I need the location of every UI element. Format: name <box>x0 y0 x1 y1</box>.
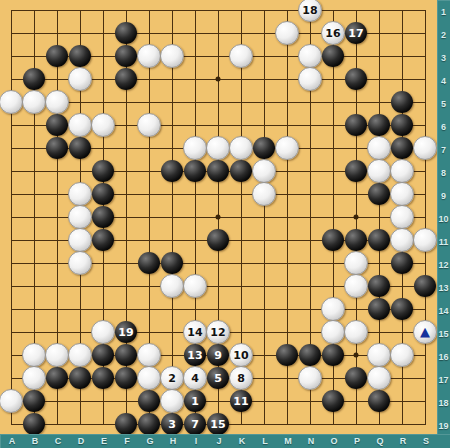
stone-black-F3[interactable] <box>115 45 137 67</box>
stone-white-B16[interactable] <box>22 343 46 367</box>
stone-black-P17[interactable] <box>345 367 367 389</box>
column-label-F: F <box>124 436 130 446</box>
star-point <box>354 353 359 358</box>
move-number-label: 12 <box>210 327 225 338</box>
stone-black-J11[interactable] <box>207 229 229 251</box>
stone-white-L9[interactable] <box>252 182 276 206</box>
stone-black-E9[interactable] <box>92 183 114 205</box>
stone-white-G17[interactable] <box>137 366 161 390</box>
stone-white-H3[interactable] <box>160 44 184 68</box>
stone-white-S11[interactable] <box>413 228 437 252</box>
stone-white-M7[interactable] <box>275 136 299 160</box>
stone-black-J19[interactable]: 15 <box>207 413 229 435</box>
stone-white-G3[interactable] <box>137 44 161 68</box>
stone-white-R16[interactable] <box>390 343 414 367</box>
stone-white-C16[interactable] <box>45 343 69 367</box>
stone-white-B17[interactable] <box>22 366 46 390</box>
column-label-R: R <box>400 436 407 446</box>
row-label-18: 18 <box>438 398 448 408</box>
stone-black-O18[interactable] <box>322 390 344 412</box>
stone-white-D6[interactable] <box>68 113 92 137</box>
stone-black-P8[interactable] <box>345 160 367 182</box>
stone-white-I17[interactable]: 4 <box>183 366 207 390</box>
move-number-label: 4 <box>191 373 199 384</box>
column-label-K: K <box>239 436 246 446</box>
stone-white-J15[interactable]: 12 <box>206 320 230 344</box>
row-label-17: 17 <box>438 375 448 385</box>
stone-black-Q13[interactable] <box>368 275 390 297</box>
stone-black-C17[interactable] <box>46 367 68 389</box>
stone-white-K16[interactable]: 10 <box>229 343 253 367</box>
stone-white-O15[interactable] <box>321 320 345 344</box>
stone-white-N3[interactable] <box>298 44 322 68</box>
row-label-14: 14 <box>438 306 448 316</box>
column-label-L: L <box>262 436 268 446</box>
stone-black-F19[interactable] <box>115 413 137 435</box>
move-number-label: 14 <box>187 327 202 338</box>
stone-black-H19[interactable]: 3 <box>161 413 183 435</box>
stone-black-P6[interactable] <box>345 114 367 136</box>
stone-black-P4[interactable] <box>345 68 367 90</box>
stone-white-Q17[interactable] <box>367 366 391 390</box>
stone-black-P11[interactable] <box>345 229 367 251</box>
stone-black-N16[interactable] <box>299 344 321 366</box>
stone-white-R10[interactable] <box>390 205 414 229</box>
stone-black-Q9[interactable] <box>368 183 390 205</box>
stone-white-Q8[interactable] <box>367 159 391 183</box>
row-label-5: 5 <box>441 99 446 109</box>
stone-white-H17[interactable]: 2 <box>160 366 184 390</box>
stone-black-K18[interactable]: 11 <box>230 390 252 412</box>
move-number-label: 19 <box>118 327 133 338</box>
stone-black-L7[interactable] <box>253 137 275 159</box>
row-label-1: 1 <box>441 7 446 17</box>
column-label-I: I <box>195 436 198 446</box>
stone-black-C3[interactable] <box>46 45 68 67</box>
stone-white-A5[interactable] <box>0 90 23 114</box>
row-label-13: 13 <box>438 283 448 293</box>
stone-white-D10[interactable] <box>68 205 92 229</box>
column-label-G: G <box>146 436 153 446</box>
stone-white-E6[interactable] <box>91 113 115 137</box>
stone-black-E17[interactable] <box>92 367 114 389</box>
stone-black-D7[interactable] <box>69 137 91 159</box>
row-label-19: 19 <box>438 421 448 431</box>
stone-black-D3[interactable] <box>69 45 91 67</box>
stone-white-N4[interactable] <box>298 67 322 91</box>
stone-black-D17[interactable] <box>69 367 91 389</box>
column-label-P: P <box>354 436 360 446</box>
stone-white-S7[interactable] <box>413 136 437 160</box>
stone-white-I7[interactable] <box>183 136 207 160</box>
stone-black-Q14[interactable] <box>368 298 390 320</box>
move-number-label: 1 <box>191 396 199 407</box>
move-number-label: 2 <box>168 373 176 384</box>
column-label-S: S <box>423 436 429 446</box>
row-label-4: 4 <box>441 76 446 86</box>
stone-black-E16[interactable] <box>92 344 114 366</box>
stone-black-Q18[interactable] <box>368 390 390 412</box>
move-number-label: 17 <box>348 28 363 39</box>
stone-black-G19[interactable] <box>138 413 160 435</box>
column-label-C: C <box>55 436 62 446</box>
row-coordinate-strip: 12345678910111213141516171819 <box>437 0 450 448</box>
stone-white-D4[interactable] <box>68 67 92 91</box>
stone-white-I13[interactable] <box>183 274 207 298</box>
stone-black-F4[interactable] <box>115 68 137 90</box>
stone-black-C7[interactable] <box>46 137 68 159</box>
row-label-12: 12 <box>438 260 448 270</box>
stone-white-K17[interactable]: 8 <box>229 366 253 390</box>
stone-black-I18[interactable]: 1 <box>184 390 206 412</box>
stone-black-G12[interactable] <box>138 252 160 274</box>
stone-black-Q6[interactable] <box>368 114 390 136</box>
stone-black-J17[interactable]: 5 <box>207 367 229 389</box>
stone-black-J8[interactable] <box>207 160 229 182</box>
move-number-label: 3 <box>168 419 176 430</box>
stone-black-O16[interactable] <box>322 344 344 366</box>
stone-white-P13[interactable] <box>344 274 368 298</box>
row-label-16: 16 <box>438 352 448 362</box>
stone-black-Q11[interactable] <box>368 229 390 251</box>
column-label-D: D <box>78 436 85 446</box>
triangle-marker-icon: ▲ <box>420 325 430 338</box>
stone-black-K8[interactable] <box>230 160 252 182</box>
row-label-15: 15 <box>438 329 448 339</box>
stone-white-R8[interactable] <box>390 159 414 183</box>
move-number-label: 8 <box>237 373 245 384</box>
stone-black-P2[interactable]: 17 <box>345 22 367 44</box>
stone-black-R12[interactable] <box>391 252 413 274</box>
stone-black-I19[interactable]: 7 <box>184 413 206 435</box>
stone-black-G18[interactable] <box>138 390 160 412</box>
column-label-J: J <box>216 436 221 446</box>
stone-black-H8[interactable] <box>161 160 183 182</box>
column-label-A: A <box>9 436 16 446</box>
go-app-window: 181617191412▲1391024581113715 1234567891… <box>0 0 450 448</box>
column-label-H: H <box>170 436 177 446</box>
move-number-label: 11 <box>233 396 248 407</box>
column-label-N: N <box>308 436 315 446</box>
stone-white-G6[interactable] <box>137 113 161 137</box>
row-label-10: 10 <box>438 214 448 224</box>
stone-white-A18[interactable] <box>0 389 23 413</box>
column-label-M: M <box>284 436 292 446</box>
column-coordinate-strip: ABCDEFGHIJKLMNOPQRS <box>0 434 450 448</box>
stone-black-F16[interactable] <box>115 344 137 366</box>
move-number-label: 18 <box>302 5 317 16</box>
stone-white-O14[interactable] <box>321 297 345 321</box>
stone-white-P15[interactable] <box>344 320 368 344</box>
stone-black-B19[interactable] <box>23 413 45 435</box>
stone-white-I15[interactable]: 14 <box>183 320 207 344</box>
stone-white-D9[interactable] <box>68 182 92 206</box>
stone-black-R7[interactable] <box>391 137 413 159</box>
stone-black-R6[interactable] <box>391 114 413 136</box>
stone-white-D16[interactable] <box>68 343 92 367</box>
stone-white-E15[interactable] <box>91 320 115 344</box>
move-number-label: 7 <box>191 419 199 430</box>
stone-black-F15[interactable]: 19 <box>115 321 137 343</box>
stone-white-R9[interactable] <box>390 182 414 206</box>
stone-white-J7[interactable] <box>206 136 230 160</box>
stone-black-H12[interactable] <box>161 252 183 274</box>
stone-black-B18[interactable] <box>23 390 45 412</box>
stone-white-C5[interactable] <box>45 90 69 114</box>
row-label-9: 9 <box>441 191 446 201</box>
stone-white-P12[interactable] <box>344 251 368 275</box>
stone-black-E10[interactable] <box>92 206 114 228</box>
stone-black-B4[interactable] <box>23 68 45 90</box>
row-label-3: 3 <box>441 53 446 63</box>
stone-white-D11[interactable] <box>68 228 92 252</box>
column-label-B: B <box>32 436 39 446</box>
stone-white-O2[interactable]: 16 <box>321 21 345 45</box>
stone-white-N17[interactable] <box>298 366 322 390</box>
move-number-label: 13 <box>187 350 202 361</box>
stone-white-Q16[interactable] <box>367 343 391 367</box>
star-point <box>216 77 221 82</box>
stone-black-F2[interactable] <box>115 22 137 44</box>
stone-white-H18[interactable] <box>160 389 184 413</box>
stone-black-I8[interactable] <box>184 160 206 182</box>
stone-black-M16[interactable] <box>276 344 298 366</box>
stone-white-H13[interactable] <box>160 274 184 298</box>
move-number-label: 16 <box>325 28 340 39</box>
star-point <box>216 215 221 220</box>
stone-black-E8[interactable] <box>92 160 114 182</box>
move-number-label: 5 <box>214 373 222 384</box>
stone-white-Q7[interactable] <box>367 136 391 160</box>
row-label-8: 8 <box>441 168 446 178</box>
goban[interactable]: 181617191412▲1391024581113715 <box>0 0 450 448</box>
stone-black-E11[interactable] <box>92 229 114 251</box>
stone-black-C6[interactable] <box>46 114 68 136</box>
row-label-6: 6 <box>441 122 446 132</box>
stone-black-R5[interactable] <box>391 91 413 113</box>
stone-white-L8[interactable] <box>252 159 276 183</box>
stone-white-K7[interactable] <box>229 136 253 160</box>
stone-black-S13[interactable] <box>414 275 436 297</box>
move-number-label: 15 <box>210 419 225 430</box>
stone-white-S15[interactable]: ▲ <box>413 320 437 344</box>
stone-black-R14[interactable] <box>391 298 413 320</box>
star-point <box>354 215 359 220</box>
stone-black-J16[interactable]: 9 <box>207 344 229 366</box>
move-number-label: 10 <box>233 350 248 361</box>
row-label-7: 7 <box>441 145 446 155</box>
column-label-O: O <box>330 436 337 446</box>
column-label-E: E <box>101 436 107 446</box>
stone-black-I16[interactable]: 13 <box>184 344 206 366</box>
stone-white-G16[interactable] <box>137 343 161 367</box>
stone-black-F17[interactable] <box>115 367 137 389</box>
row-label-11: 11 <box>439 237 449 247</box>
stone-black-O11[interactable] <box>322 229 344 251</box>
move-number-label: 9 <box>214 350 222 361</box>
stone-black-O3[interactable] <box>322 45 344 67</box>
row-label-2: 2 <box>441 30 446 40</box>
column-label-Q: Q <box>376 436 383 446</box>
stone-white-K3[interactable] <box>229 44 253 68</box>
stone-white-M2[interactable] <box>275 21 299 45</box>
stone-white-D12[interactable] <box>68 251 92 275</box>
stone-white-B5[interactable] <box>22 90 46 114</box>
stone-white-R11[interactable] <box>390 228 414 252</box>
